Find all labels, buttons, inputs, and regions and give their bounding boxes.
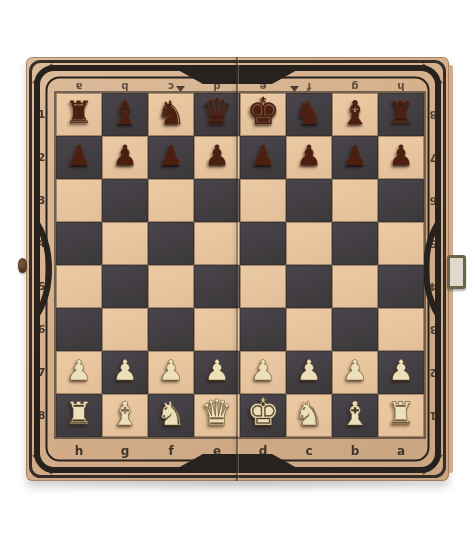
rank-label-right-4: 4 xyxy=(425,265,442,308)
file-label-top-a: a xyxy=(56,80,102,91)
files-bottom: hgfedcba xyxy=(56,445,424,458)
rank-label-left-6: 6 xyxy=(33,308,50,351)
file-label-top-h: h xyxy=(378,80,424,91)
file-label-bottom-f: f xyxy=(148,445,194,458)
square-r8c8[interactable]: ♜ xyxy=(378,394,424,437)
ranks-left: 12345678 xyxy=(33,93,50,437)
photo-canvas: ♜♝♞♛♚♞♝♜♟♟♟♟♟♟♟♟♟♟♟♟♟♟♟♟♜♝♞♛♚♞♝♜ abcdefg… xyxy=(0,0,474,554)
square-r3c4[interactable] xyxy=(194,179,240,222)
square-r4c2[interactable] xyxy=(102,222,148,265)
square-r7c7[interactable]: ♟ xyxy=(332,351,378,394)
rank-label-left-4: 4 xyxy=(33,222,50,265)
piece-light-pawn[interactable]: ♟ xyxy=(388,357,413,385)
square-r4c3[interactable] xyxy=(148,222,194,265)
square-r5c3[interactable] xyxy=(148,265,194,308)
ranks-right: 87654321 xyxy=(425,93,442,437)
hinge-pin-icon xyxy=(18,258,27,273)
piece-dark-bishop[interactable]: ♝ xyxy=(340,96,370,129)
piece-light-king[interactable]: ♚ xyxy=(246,394,279,431)
square-r8c4[interactable]: ♛ xyxy=(194,394,240,437)
square-r4c5[interactable] xyxy=(240,222,286,265)
square-r3c8[interactable] xyxy=(378,179,424,222)
piece-light-rook[interactable]: ♜ xyxy=(387,398,415,429)
square-r3c1[interactable] xyxy=(56,179,102,222)
square-r8c5[interactable]: ♚ xyxy=(240,394,286,437)
square-r7c2[interactable]: ♟ xyxy=(102,351,148,394)
file-label-top-b: b xyxy=(102,80,148,91)
square-r1c5[interactable]: ♚ xyxy=(240,93,286,136)
latch-clasp-icon[interactable] xyxy=(447,255,466,289)
piece-dark-pawn[interactable]: ♟ xyxy=(158,142,183,170)
square-r6c1[interactable] xyxy=(56,308,102,351)
piece-light-bishop[interactable]: ♝ xyxy=(110,397,140,430)
rank-label-left-2: 2 xyxy=(33,136,50,179)
piece-light-pawn[interactable]: ♟ xyxy=(296,357,321,385)
square-r3c3[interactable] xyxy=(148,179,194,222)
piece-dark-knight[interactable]: ♞ xyxy=(156,96,186,129)
piece-light-bishop[interactable]: ♝ xyxy=(340,397,370,430)
piece-light-pawn[interactable]: ♟ xyxy=(66,357,91,385)
board-grid: ♜♝♞♛♚♞♝♜♟♟♟♟♟♟♟♟♟♟♟♟♟♟♟♟♜♝♞♛♚♞♝♜ xyxy=(56,93,424,437)
piece-dark-pawn[interactable]: ♟ xyxy=(296,142,321,170)
square-r1c4[interactable]: ♛ xyxy=(194,93,240,136)
piece-light-knight[interactable]: ♞ xyxy=(156,397,186,430)
square-r5c1[interactable] xyxy=(56,265,102,308)
piece-dark-pawn[interactable]: ♟ xyxy=(388,142,413,170)
piece-light-pawn[interactable]: ♟ xyxy=(204,357,229,385)
square-r5c7[interactable] xyxy=(332,265,378,308)
rank-label-left-5: 5 xyxy=(33,265,50,308)
square-r4c4[interactable] xyxy=(194,222,240,265)
piece-light-queen[interactable]: ♛ xyxy=(201,395,233,431)
file-label-top-c: c xyxy=(148,80,194,91)
piece-dark-bishop[interactable]: ♝ xyxy=(110,96,140,129)
square-r1c6[interactable]: ♞ xyxy=(286,93,332,136)
square-r4c8[interactable] xyxy=(378,222,424,265)
square-r1c1[interactable]: ♜ xyxy=(56,93,102,136)
piece-dark-queen[interactable]: ♛ xyxy=(201,94,233,130)
square-r6c4[interactable] xyxy=(194,308,240,351)
square-r6c7[interactable] xyxy=(332,308,378,351)
piece-light-pawn[interactable]: ♟ xyxy=(112,357,137,385)
square-r5c2[interactable] xyxy=(102,265,148,308)
piece-light-pawn[interactable]: ♟ xyxy=(158,357,183,385)
square-r7c4[interactable]: ♟ xyxy=(194,351,240,394)
chessboard: ♜♝♞♛♚♞♝♜♟♟♟♟♟♟♟♟♟♟♟♟♟♟♟♟♜♝♞♛♚♞♝♜ abcdefg… xyxy=(26,57,449,481)
square-r3c5[interactable] xyxy=(240,179,286,222)
file-label-bottom-c: c xyxy=(286,445,332,458)
file-label-bottom-e: e xyxy=(194,445,240,458)
rank-label-right-1: 1 xyxy=(425,394,442,437)
piece-dark-pawn[interactable]: ♟ xyxy=(250,142,275,170)
square-r6c5[interactable] xyxy=(240,308,286,351)
square-r6c8[interactable] xyxy=(378,308,424,351)
file-label-top-f: f xyxy=(286,80,332,91)
piece-light-knight[interactable]: ♞ xyxy=(294,397,324,430)
piece-dark-pawn[interactable]: ♟ xyxy=(66,142,91,170)
rank-label-right-7: 7 xyxy=(425,136,442,179)
piece-dark-king[interactable]: ♚ xyxy=(246,93,279,130)
square-r2c4[interactable]: ♟ xyxy=(194,136,240,179)
square-r1c3[interactable]: ♞ xyxy=(148,93,194,136)
file-label-top-g: g xyxy=(332,80,378,91)
rank-label-left-3: 3 xyxy=(33,179,50,222)
rank-label-right-5: 5 xyxy=(425,222,442,265)
files-top: abcdefgh xyxy=(56,80,424,91)
square-r6c2[interactable] xyxy=(102,308,148,351)
piece-light-pawn[interactable]: ♟ xyxy=(342,357,367,385)
file-label-bottom-d: d xyxy=(240,445,286,458)
piece-dark-pawn[interactable]: ♟ xyxy=(204,142,229,170)
file-label-bottom-a: a xyxy=(378,445,424,458)
square-r7c6[interactable]: ♟ xyxy=(286,351,332,394)
square-r6c3[interactable] xyxy=(148,308,194,351)
rank-label-right-6: 6 xyxy=(425,179,442,222)
square-r2c3[interactable]: ♟ xyxy=(148,136,194,179)
rank-label-left-8: 8 xyxy=(33,394,50,437)
square-r3c7[interactable] xyxy=(332,179,378,222)
square-r2c2[interactable]: ♟ xyxy=(102,136,148,179)
square-r3c6[interactable] xyxy=(286,179,332,222)
square-r1c8[interactable]: ♜ xyxy=(378,93,424,136)
rank-label-left-7: 7 xyxy=(33,351,50,394)
file-label-bottom-b: b xyxy=(332,445,378,458)
square-r7c1[interactable]: ♟ xyxy=(56,351,102,394)
square-r4c6[interactable] xyxy=(286,222,332,265)
piece-light-pawn[interactable]: ♟ xyxy=(250,357,275,385)
square-r5c5[interactable] xyxy=(240,265,286,308)
rank-label-right-3: 3 xyxy=(425,308,442,351)
square-r5c4[interactable] xyxy=(194,265,240,308)
file-label-bottom-g: g xyxy=(102,445,148,458)
square-r7c5[interactable]: ♟ xyxy=(240,351,286,394)
square-r8c2[interactable]: ♝ xyxy=(102,394,148,437)
square-r1c7[interactable]: ♝ xyxy=(332,93,378,136)
square-r2c6[interactable]: ♟ xyxy=(286,136,332,179)
piece-dark-pawn[interactable]: ♟ xyxy=(342,142,367,170)
square-r8c6[interactable]: ♞ xyxy=(286,394,332,437)
rank-label-right-8: 8 xyxy=(425,93,442,136)
fold-line xyxy=(236,57,238,481)
square-r8c3[interactable]: ♞ xyxy=(148,394,194,437)
rank-label-right-2: 2 xyxy=(425,351,442,394)
square-r8c7[interactable]: ♝ xyxy=(332,394,378,437)
square-r2c1[interactable]: ♟ xyxy=(56,136,102,179)
piece-dark-rook[interactable]: ♜ xyxy=(65,97,93,128)
square-r6c6[interactable] xyxy=(286,308,332,351)
square-r1c2[interactable]: ♝ xyxy=(102,93,148,136)
square-r5c8[interactable] xyxy=(378,265,424,308)
square-r4c1[interactable] xyxy=(56,222,102,265)
file-label-top-d: d xyxy=(194,80,240,91)
square-r5c6[interactable] xyxy=(286,265,332,308)
board-shadow xyxy=(34,479,440,488)
rank-label-left-1: 1 xyxy=(33,93,50,136)
piece-dark-rook[interactable]: ♜ xyxy=(387,97,415,128)
square-r2c5[interactable]: ♟ xyxy=(240,136,286,179)
square-r2c8[interactable]: ♟ xyxy=(378,136,424,179)
piece-dark-knight[interactable]: ♞ xyxy=(294,96,324,129)
square-r8c1[interactable]: ♜ xyxy=(56,394,102,437)
file-label-bottom-h: h xyxy=(56,445,102,458)
square-r3c2[interactable] xyxy=(102,179,148,222)
square-r2c7[interactable]: ♟ xyxy=(332,136,378,179)
piece-dark-pawn[interactable]: ♟ xyxy=(112,142,137,170)
square-r7c3[interactable]: ♟ xyxy=(148,351,194,394)
square-r4c7[interactable] xyxy=(332,222,378,265)
square-r7c8[interactable]: ♟ xyxy=(378,351,424,394)
piece-light-rook[interactable]: ♜ xyxy=(65,398,93,429)
